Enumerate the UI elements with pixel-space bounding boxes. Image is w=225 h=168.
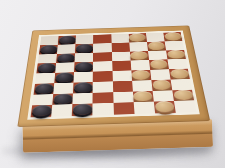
checker-wood[interactable]	[133, 91, 153, 102]
board-square[interactable]	[93, 103, 114, 115]
checker-wood[interactable]	[173, 89, 194, 100]
checker-black[interactable]	[55, 72, 74, 82]
checker-black[interactable]	[53, 93, 73, 104]
board-square[interactable]	[31, 105, 53, 117]
checker-wood[interactable]	[147, 41, 165, 50]
checker-black[interactable]	[75, 62, 93, 72]
board-square[interactable]	[174, 100, 197, 112]
board-square[interactable]	[133, 102, 155, 114]
board-square[interactable]	[53, 82, 73, 93]
board-square[interactable]	[73, 82, 93, 93]
checker-black[interactable]	[76, 44, 93, 53]
board-square[interactable]	[36, 63, 56, 73]
board-square[interactable]	[152, 90, 174, 102]
board-square[interactable]	[170, 79, 191, 90]
board-square[interactable]	[32, 94, 53, 106]
checker-wood[interactable]	[130, 51, 148, 60]
board-square[interactable]	[172, 89, 194, 101]
board-square[interactable]	[55, 62, 74, 72]
board-square[interactable]	[54, 72, 74, 83]
board-square[interactable]	[74, 62, 93, 72]
board-square[interactable]	[35, 73, 55, 84]
board-square[interactable]	[113, 102, 134, 114]
checker-wood[interactable]	[170, 69, 190, 79]
board-square[interactable]	[132, 80, 153, 91]
board-grid	[31, 32, 197, 117]
board-square[interactable]	[113, 91, 134, 103]
checker-wood[interactable]	[154, 101, 175, 113]
board-square[interactable]	[93, 92, 113, 104]
board-square[interactable]	[150, 69, 171, 80]
board-square[interactable]	[169, 69, 190, 80]
board-square[interactable]	[131, 70, 151, 81]
checker-wood[interactable]	[129, 33, 146, 42]
checker-black[interactable]	[73, 104, 93, 116]
board-square[interactable]	[112, 81, 132, 92]
board-square[interactable]	[72, 104, 93, 116]
checker-black[interactable]	[31, 105, 51, 117]
board-frame	[17, 26, 210, 127]
board-square[interactable]	[51, 104, 72, 116]
checker-black[interactable]	[74, 82, 93, 93]
board-square[interactable]	[73, 92, 93, 104]
board-square[interactable]	[74, 72, 93, 83]
board-square[interactable]	[149, 60, 169, 70]
checker-black[interactable]	[34, 83, 53, 94]
checker-wood[interactable]	[150, 60, 169, 70]
checker-wood[interactable]	[152, 79, 172, 90]
board-square[interactable]	[52, 93, 73, 105]
checker-black[interactable]	[59, 35, 76, 44]
checker-black[interactable]	[37, 63, 56, 73]
checker-wood[interactable]	[167, 50, 186, 59]
checker-wood[interactable]	[132, 70, 151, 80]
board-square[interactable]	[167, 59, 187, 69]
checker-black[interactable]	[57, 53, 75, 62]
board-square[interactable]	[130, 60, 150, 70]
checker-black[interactable]	[40, 45, 58, 54]
board-square[interactable]	[154, 101, 176, 113]
board-square[interactable]	[151, 79, 172, 90]
board-square[interactable]	[34, 83, 55, 94]
board-inner-border	[27, 30, 200, 119]
board-square[interactable]	[112, 61, 131, 71]
checker-wood[interactable]	[164, 32, 182, 41]
board-square[interactable]	[133, 91, 154, 103]
board-square[interactable]	[93, 71, 112, 82]
board-square[interactable]	[93, 61, 112, 71]
board-square[interactable]	[112, 70, 132, 81]
board-square[interactable]	[93, 81, 113, 92]
checkers-set-photo	[0, 0, 225, 168]
